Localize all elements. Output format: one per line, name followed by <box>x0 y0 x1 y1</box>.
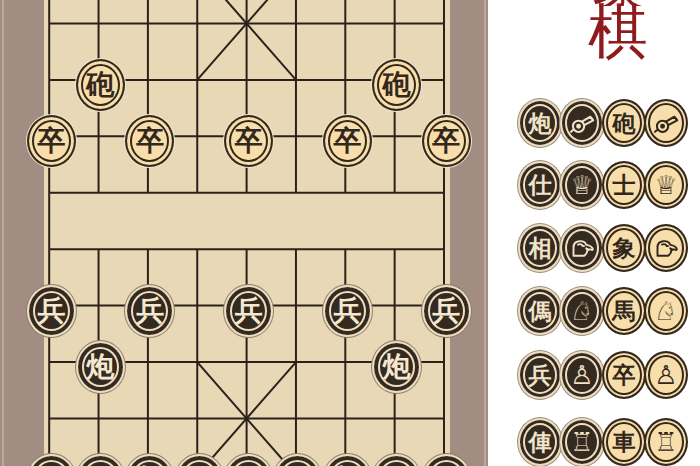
piece-dark-soldier[interactable]: 兵 <box>323 285 372 337</box>
legend-soldier-dark-icon: ♙ <box>560 351 604 399</box>
legend-elephant-light-icon <box>644 224 688 272</box>
piece-dark-soldier[interactable]: 兵 <box>125 285 174 337</box>
legend-char: 相 <box>529 237 552 260</box>
elephant-icon <box>653 235 680 262</box>
legend-advisor-dark-char: 仕 <box>518 161 562 209</box>
legend-char: 兵 <box>529 364 552 387</box>
legend-cannon-light-icon <box>644 99 688 147</box>
elephant-icon <box>569 235 596 262</box>
piece-light-cannon[interactable]: 砲 <box>372 59 421 111</box>
xiangqi-board: 砲砲卒卒卒卒卒兵兵兵兵兵炮炮俥傌相仕帥仕相傌俥 <box>0 0 488 466</box>
legend-advisor-light-char: 士 <box>602 161 646 209</box>
cannon-icon <box>569 110 596 137</box>
knight-icon: ♘ <box>570 298 593 324</box>
legend-chariot-dark-char: 俥 <box>518 418 562 466</box>
legend-char: 象 <box>613 237 636 260</box>
legend-elephant-dark-char: 相 <box>518 224 562 272</box>
queen-icon: ♕ <box>570 172 593 198</box>
rook-icon: ♖ <box>654 429 677 455</box>
legend-cannon-dark-icon <box>560 99 604 147</box>
legend-char: 傌 <box>529 300 552 323</box>
legend-advisor-light-icon: ♕ <box>644 161 688 209</box>
legend-soldier-light-char: 卒 <box>602 351 646 399</box>
legend-cannon-light-char: 砲 <box>602 99 646 147</box>
piece-light-soldier[interactable]: 卒 <box>27 115 76 167</box>
legend-char: 仕 <box>529 174 552 197</box>
legend-elephant-light-char: 象 <box>602 224 646 272</box>
legend-horse-light-icon: ♘ <box>644 287 688 335</box>
legend-horse-light-char: 馬 <box>602 287 646 335</box>
cannon-icon <box>653 110 680 137</box>
piece-dark-soldier[interactable]: 兵 <box>27 285 76 337</box>
legend-char: 卒 <box>613 364 636 387</box>
legend-char: 砲 <box>613 112 636 135</box>
piece-light-soldier[interactable]: 卒 <box>422 115 471 167</box>
legend-horse-dark-char: 傌 <box>518 287 562 335</box>
legend-soldier-light-icon: ♙ <box>644 351 688 399</box>
legend-char: 車 <box>613 431 636 454</box>
pawn-icon: ♙ <box>570 362 593 388</box>
xiangqi-diagram: 砲砲卒卒卒卒卒兵兵兵兵兵炮炮俥傌相仕帥仕相傌俥 象 棋 炮砲仕♕士♕相象傌♘馬♘… <box>0 0 700 466</box>
legend-horse-dark-icon: ♘ <box>560 287 604 335</box>
legend-chariot-dark-icon: ♖ <box>560 418 604 466</box>
legend-soldier-dark-char: 兵 <box>518 351 562 399</box>
piece-dark-cannon[interactable]: 炮 <box>372 341 421 393</box>
legend-chariot-light-icon: ♖ <box>644 418 688 466</box>
piece-light-soldier[interactable]: 卒 <box>323 115 372 167</box>
pawn-icon: ♙ <box>654 362 677 388</box>
sidebar-title: 棋 <box>578 0 658 68</box>
rook-icon: ♖ <box>570 429 593 455</box>
legend-advisor-dark-icon: ♕ <box>560 161 604 209</box>
piece-light-cannon[interactable]: 砲 <box>76 59 125 111</box>
knight-icon: ♘ <box>654 298 677 324</box>
legend-char: 馬 <box>613 300 636 323</box>
legend-char: 炮 <box>529 112 552 135</box>
piece-dark-soldier[interactable]: 兵 <box>224 285 273 337</box>
legend-chariot-light-char: 車 <box>602 418 646 466</box>
piece-dark-cannon[interactable]: 炮 <box>76 341 125 393</box>
legend-char: 士 <box>613 174 636 197</box>
legend-elephant-dark-icon <box>560 224 604 272</box>
legend-char: 俥 <box>529 431 552 454</box>
piece-dark-soldier[interactable]: 兵 <box>422 285 471 337</box>
queen-icon: ♕ <box>654 172 677 198</box>
legend-cannon-dark-char: 炮 <box>518 99 562 147</box>
